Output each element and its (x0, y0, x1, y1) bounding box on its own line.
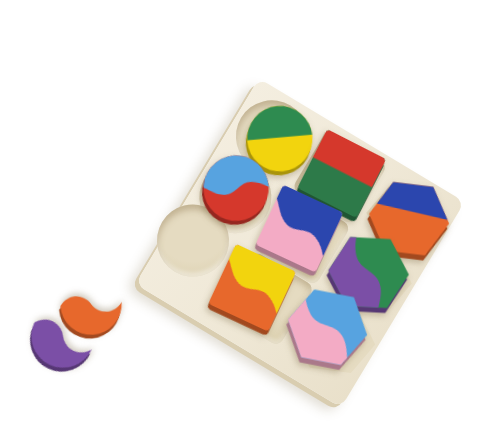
puzzle-board (135, 78, 464, 407)
piece-skyblue-red-circle[interactable] (198, 150, 274, 226)
product-photo-stage (0, 0, 500, 426)
piece-pink-skyblue-hexagon[interactable] (278, 278, 376, 376)
